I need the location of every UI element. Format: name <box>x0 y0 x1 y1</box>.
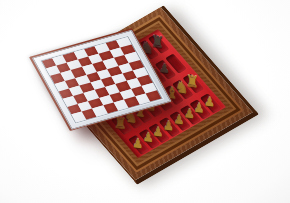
chess-piece-gold-majors-8: ♜ <box>185 74 200 91</box>
chess-piece-dark-pawns-7: ♟ <box>159 62 171 76</box>
chess-piece-dark-majors-8: ♜ <box>150 34 165 51</box>
chess-board <box>40 36 162 124</box>
chess-set-photo: ♜♞♝♛♚♝♞♜♟♟♟♟♟♟♟♜♞♝♛♚♝♞♜♟♟♟♟♟♟♟♟ <box>0 0 290 203</box>
chess-piece-gold-pawns-8: ♟ <box>204 95 216 109</box>
